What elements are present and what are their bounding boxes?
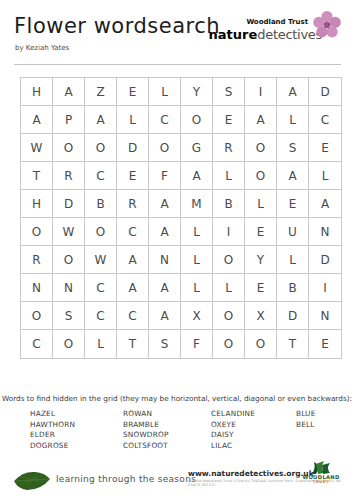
- grid-cell[interactable]: R: [21, 246, 53, 274]
- grid-cell[interactable]: L: [149, 78, 181, 106]
- grid-cell[interactable]: A: [309, 190, 341, 218]
- word-item: HAZEL: [30, 409, 123, 420]
- grid-cell[interactable]: C: [117, 218, 149, 246]
- grid-cell[interactable]: E: [309, 330, 341, 358]
- grid-cell[interactable]: H: [21, 78, 53, 106]
- word-item: DOGROSE: [30, 441, 123, 452]
- grid-cell[interactable]: D: [53, 190, 85, 218]
- brand-text: Woodland Trust naturedetectives: [209, 18, 322, 42]
- grid-cell[interactable]: G: [181, 134, 213, 162]
- grid-cell[interactable]: A: [149, 218, 181, 246]
- brand-nature-detectives: naturedetectives: [209, 27, 322, 42]
- grid-cell[interactable]: S: [213, 78, 245, 106]
- footer-website[interactable]: www.naturedetectives.org.uk: [188, 469, 314, 478]
- grid-cell[interactable]: O: [181, 106, 213, 134]
- grid-cell[interactable]: B: [85, 190, 117, 218]
- grid-cell[interactable]: A: [277, 78, 309, 106]
- woodland-trust-logo: WOODLAND TRUST: [298, 460, 344, 484]
- worksheet-page: Flower wordsearch by Keziah Yates Woodla…: [0, 0, 354, 500]
- grid-cell[interactable]: P: [53, 106, 85, 134]
- grid-cell[interactable]: O: [149, 134, 181, 162]
- grid-cell[interactable]: E: [309, 134, 341, 162]
- footer: learning through the seasons www.natured…: [0, 460, 354, 500]
- grid-cell[interactable]: O: [213, 246, 245, 274]
- grid-cell[interactable]: W: [21, 134, 53, 162]
- grid-cell[interactable]: D: [117, 134, 149, 162]
- word-column: CELANDINEOXEYEDAISYLILAC: [211, 409, 296, 451]
- grid-cell[interactable]: H: [21, 190, 53, 218]
- wordsearch-grid: HAZELYSIADAPALCOEALCWOODOGROSETRCEFALOAL…: [20, 77, 342, 359]
- grid-cell[interactable]: W: [53, 218, 85, 246]
- grid-cell[interactable]: O: [85, 134, 117, 162]
- word-item: SNOWDROP: [123, 430, 211, 441]
- grid-cell[interactable]: N: [309, 302, 341, 330]
- header-divider: [14, 64, 341, 65]
- grid-cell[interactable]: M: [181, 190, 213, 218]
- grid-cell[interactable]: A: [53, 78, 85, 106]
- brand-woodland-trust: Woodland Trust: [209, 18, 308, 26]
- grid-cell[interactable]: E: [117, 162, 149, 190]
- grid-cell[interactable]: E: [117, 78, 149, 106]
- word-column: ROWANBRAMBLESNOWDROPCOLTSFOOT: [123, 409, 211, 451]
- grid-cell[interactable]: R: [213, 134, 245, 162]
- grid-cell[interactable]: Z: [85, 78, 117, 106]
- word-item: DAISY: [211, 430, 296, 441]
- byline: by Keziah Yates: [15, 44, 69, 52]
- grid-cell[interactable]: D: [309, 78, 341, 106]
- grid-cell[interactable]: C: [85, 162, 117, 190]
- flower-icon: [312, 10, 342, 40]
- logo-trust: TRUST: [298, 480, 344, 484]
- grid-cell[interactable]: L: [117, 106, 149, 134]
- grid-cell[interactable]: A: [181, 162, 213, 190]
- grid-cell[interactable]: O: [53, 330, 85, 358]
- grid-cell[interactable]: A: [149, 190, 181, 218]
- grid-cell[interactable]: R: [53, 162, 85, 190]
- grid-cell[interactable]: O: [213, 302, 245, 330]
- grid-cell[interactable]: A: [85, 106, 117, 134]
- grid-cell[interactable]: T: [21, 162, 53, 190]
- grid-cell[interactable]: O: [245, 134, 277, 162]
- grid-cell[interactable]: A: [149, 302, 181, 330]
- grid-cell[interactable]: N: [149, 246, 181, 274]
- grid-cell[interactable]: L: [85, 330, 117, 358]
- grid-cell[interactable]: F: [149, 162, 181, 190]
- grid-cell[interactable]: C: [21, 330, 53, 358]
- grid-cell[interactable]: L: [309, 162, 341, 190]
- trees-icon: [310, 460, 332, 474]
- grid-cell[interactable]: E: [245, 218, 277, 246]
- grid-cell[interactable]: C: [149, 106, 181, 134]
- grid-cell[interactable]: A: [117, 274, 149, 302]
- word-item: ROWAN: [123, 409, 211, 420]
- grid-cell[interactable]: S: [277, 134, 309, 162]
- grid-cell[interactable]: A: [277, 162, 309, 190]
- grid-cell[interactable]: B: [213, 190, 245, 218]
- grid-cell[interactable]: O: [21, 302, 53, 330]
- grid-cell[interactable]: T: [277, 330, 309, 358]
- grid-cell[interactable]: X: [181, 302, 213, 330]
- grid-cell[interactable]: C: [85, 274, 117, 302]
- grid-cell[interactable]: L: [181, 246, 213, 274]
- grid-cell[interactable]: O: [245, 162, 277, 190]
- grid-cell[interactable]: N: [53, 274, 85, 302]
- word-item: BELL: [296, 420, 340, 431]
- grid-cell[interactable]: L: [213, 162, 245, 190]
- word-column: BLUEBELL: [296, 409, 340, 451]
- grid-cell[interactable]: I: [309, 274, 341, 302]
- word-item: OXEYE: [211, 420, 296, 431]
- grid-cell[interactable]: R: [117, 190, 149, 218]
- word-item: LILAC: [211, 441, 296, 452]
- grid-cell[interactable]: A: [149, 274, 181, 302]
- grid-cell[interactable]: B: [277, 274, 309, 302]
- grid-cell[interactable]: L: [213, 274, 245, 302]
- grid-cell[interactable]: Y: [181, 78, 213, 106]
- word-list: HAZELHAWTHORNELDERDOGROSEROWANBRAMBLESNO…: [30, 409, 340, 451]
- grid-cell[interactable]: N: [21, 274, 53, 302]
- word-item: ELDER: [30, 430, 123, 441]
- brand-lockup: Woodland Trust naturedetectives: [209, 10, 342, 42]
- grid-cell[interactable]: L: [245, 190, 277, 218]
- grid-cell[interactable]: T: [117, 330, 149, 358]
- grid-cell[interactable]: L: [181, 274, 213, 302]
- word-item: BRAMBLE: [123, 420, 211, 431]
- words-heading: Words to find hidden in the grid (they m…: [0, 394, 354, 403]
- word-item: CELANDINE: [211, 409, 296, 420]
- brand-nature: nature: [209, 27, 258, 42]
- word-item: BLUE: [296, 409, 340, 420]
- grid-cell[interactable]: I: [213, 218, 245, 246]
- grid-cell[interactable]: A: [21, 106, 53, 134]
- grid-cell[interactable]: S: [53, 302, 85, 330]
- grid-cell[interactable]: C: [309, 106, 341, 134]
- grid-cell[interactable]: E: [213, 106, 245, 134]
- grid-cell[interactable]: A: [245, 106, 277, 134]
- word-item: COLTSFOOT: [123, 441, 211, 452]
- grid-cell[interactable]: S: [149, 330, 181, 358]
- grid-cell[interactable]: O: [53, 134, 85, 162]
- grid-cell[interactable]: D: [309, 246, 341, 274]
- grid-cell[interactable]: N: [309, 218, 341, 246]
- grid-cell[interactable]: E: [245, 274, 277, 302]
- word-column: HAZELHAWTHORNELDERDOGROSE: [30, 409, 123, 451]
- grid-cell[interactable]: L: [181, 218, 213, 246]
- grid-cell[interactable]: Y: [245, 246, 277, 274]
- grid-cell[interactable]: C: [117, 302, 149, 330]
- grid-cell[interactable]: O: [213, 330, 245, 358]
- grid-cell[interactable]: U: [277, 218, 309, 246]
- grid-cell[interactable]: W: [85, 246, 117, 274]
- grid-cell[interactable]: C: [85, 302, 117, 330]
- grid-cell[interactable]: A: [117, 246, 149, 274]
- grid-cell[interactable]: X: [245, 302, 277, 330]
- grid-cell[interactable]: L: [277, 106, 309, 134]
- grid-cell[interactable]: O: [53, 246, 85, 274]
- grid-cell[interactable]: L: [277, 246, 309, 274]
- grid-cell[interactable]: O: [85, 218, 117, 246]
- grid-cell[interactable]: F: [181, 330, 213, 358]
- footer-tagline: learning through the seasons: [56, 474, 196, 484]
- word-item: HAWTHORN: [30, 420, 123, 431]
- grid-cell[interactable]: O: [245, 330, 277, 358]
- page-title: Flower wordsearch: [14, 14, 220, 38]
- grid-cell[interactable]: I: [245, 78, 277, 106]
- leaf-icon: [13, 470, 51, 492]
- grid-cell[interactable]: O: [21, 218, 53, 246]
- grid-cell[interactable]: E: [277, 190, 309, 218]
- grid-cell[interactable]: D: [277, 302, 309, 330]
